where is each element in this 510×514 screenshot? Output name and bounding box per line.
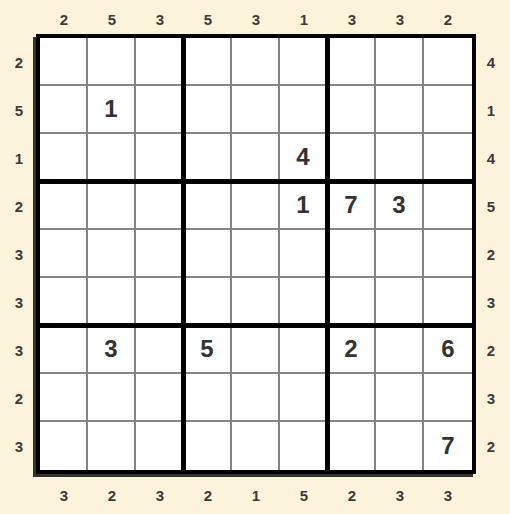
- cell-r9c9: 7: [424, 422, 472, 470]
- cell-r1c7[interactable]: [328, 38, 376, 86]
- cell-r8c1[interactable]: [40, 374, 88, 422]
- cell-r2c7[interactable]: [328, 86, 376, 134]
- clue-right-4: 5: [478, 182, 504, 230]
- clue-left-7: 3: [6, 326, 32, 374]
- cell-r1c2[interactable]: [88, 38, 136, 86]
- clue-left-2: 5: [6, 86, 32, 134]
- clues-top: 253531332: [40, 6, 472, 32]
- cell-r4c8: 3: [376, 182, 424, 230]
- clue-top-9: 2: [424, 6, 472, 32]
- cell-r5c1[interactable]: [40, 230, 88, 278]
- cell-r5c4[interactable]: [184, 230, 232, 278]
- cell-r6c9[interactable]: [424, 278, 472, 326]
- cell-r9c3[interactable]: [136, 422, 184, 470]
- clue-bottom-7: 2: [328, 482, 376, 508]
- cell-r4c6: 1: [280, 182, 328, 230]
- cell-r5c9[interactable]: [424, 230, 472, 278]
- clue-right-8: 3: [478, 374, 504, 422]
- clue-top-7: 3: [328, 6, 376, 32]
- cell-r1c6[interactable]: [280, 38, 328, 86]
- clue-left-1: 2: [6, 38, 32, 86]
- cell-r4c2[interactable]: [88, 182, 136, 230]
- clue-bottom-5: 1: [232, 482, 280, 508]
- cell-r4c9[interactable]: [424, 182, 472, 230]
- cell-r1c9[interactable]: [424, 38, 472, 86]
- clue-left-4: 2: [6, 182, 32, 230]
- cell-r6c6[interactable]: [280, 278, 328, 326]
- cell-r5c6[interactable]: [280, 230, 328, 278]
- cell-r3c7[interactable]: [328, 134, 376, 182]
- cell-r9c6[interactable]: [280, 422, 328, 470]
- cell-r1c3[interactable]: [136, 38, 184, 86]
- clue-bottom-2: 2: [88, 482, 136, 508]
- clue-top-1: 2: [40, 6, 88, 32]
- cell-r5c7[interactable]: [328, 230, 376, 278]
- clue-top-4: 5: [184, 6, 232, 32]
- cell-r6c1[interactable]: [40, 278, 88, 326]
- cell-r5c3[interactable]: [136, 230, 184, 278]
- clue-bottom-1: 3: [40, 482, 88, 508]
- clue-left-8: 2: [6, 374, 32, 422]
- cell-r4c3[interactable]: [136, 182, 184, 230]
- clue-bottom-3: 3: [136, 482, 184, 508]
- cell-r7c8[interactable]: [376, 326, 424, 374]
- cell-r7c1[interactable]: [40, 326, 88, 374]
- cell-r8c3[interactable]: [136, 374, 184, 422]
- clue-bottom-8: 3: [376, 482, 424, 508]
- cell-r9c7[interactable]: [328, 422, 376, 470]
- cell-r2c8[interactable]: [376, 86, 424, 134]
- cell-r7c3[interactable]: [136, 326, 184, 374]
- cell-r2c3[interactable]: [136, 86, 184, 134]
- clue-top-6: 1: [280, 6, 328, 32]
- cell-r6c4[interactable]: [184, 278, 232, 326]
- cell-r3c2[interactable]: [88, 134, 136, 182]
- clue-right-6: 3: [478, 278, 504, 326]
- cell-r7c9: 6: [424, 326, 472, 374]
- clue-right-1: 4: [478, 38, 504, 86]
- clues-bottom: 323215233: [40, 482, 472, 508]
- puzzle-board-grid: 1417335267: [40, 38, 472, 470]
- cell-r7c7: 2: [328, 326, 376, 374]
- clues-left: 251233323: [6, 38, 32, 470]
- cell-r6c8[interactable]: [376, 278, 424, 326]
- cell-r3c6: 4: [280, 134, 328, 182]
- cell-r1c8[interactable]: [376, 38, 424, 86]
- clue-bottom-6: 5: [280, 482, 328, 508]
- cell-r9c1[interactable]: [40, 422, 88, 470]
- cell-r1c1[interactable]: [40, 38, 88, 86]
- clue-top-2: 5: [88, 6, 136, 32]
- clues-right: 414523232: [478, 38, 504, 470]
- cell-r7c5[interactable]: [232, 326, 280, 374]
- cell-r2c2: 1: [88, 86, 136, 134]
- cell-r9c5[interactable]: [232, 422, 280, 470]
- clue-right-9: 2: [478, 422, 504, 470]
- cell-r4c7: 7: [328, 182, 376, 230]
- cell-r3c3[interactable]: [136, 134, 184, 182]
- cell-r8c8[interactable]: [376, 374, 424, 422]
- puzzle-board: 1417335267: [36, 34, 476, 474]
- cell-r1c5[interactable]: [232, 38, 280, 86]
- cell-r2c6[interactable]: [280, 86, 328, 134]
- clue-bottom-4: 2: [184, 482, 232, 508]
- cell-r6c5[interactable]: [232, 278, 280, 326]
- clue-right-5: 2: [478, 230, 504, 278]
- cell-r2c9[interactable]: [424, 86, 472, 134]
- cell-r3c9[interactable]: [424, 134, 472, 182]
- cell-r5c8[interactable]: [376, 230, 424, 278]
- clue-top-3: 3: [136, 6, 184, 32]
- cell-r3c1[interactable]: [40, 134, 88, 182]
- cell-r6c2[interactable]: [88, 278, 136, 326]
- cell-r2c5[interactable]: [232, 86, 280, 134]
- cell-r4c1[interactable]: [40, 182, 88, 230]
- cell-r8c7[interactable]: [328, 374, 376, 422]
- clue-right-2: 1: [478, 86, 504, 134]
- cell-r9c8[interactable]: [376, 422, 424, 470]
- clue-bottom-9: 3: [424, 482, 472, 508]
- cell-r3c5[interactable]: [232, 134, 280, 182]
- cell-r8c4[interactable]: [184, 374, 232, 422]
- cell-r8c5[interactable]: [232, 374, 280, 422]
- clue-left-6: 3: [6, 278, 32, 326]
- cell-r3c8[interactable]: [376, 134, 424, 182]
- cell-r3c4[interactable]: [184, 134, 232, 182]
- cell-r9c2[interactable]: [88, 422, 136, 470]
- cell-r7c6[interactable]: [280, 326, 328, 374]
- cell-r6c3[interactable]: [136, 278, 184, 326]
- cell-r8c9[interactable]: [424, 374, 472, 422]
- cell-r7c2: 3: [88, 326, 136, 374]
- cell-r5c5[interactable]: [232, 230, 280, 278]
- cell-r4c4[interactable]: [184, 182, 232, 230]
- clue-left-9: 3: [6, 422, 32, 470]
- cell-r9c4[interactable]: [184, 422, 232, 470]
- puzzle-page: 253531332 323215233 251233323 414523232 …: [0, 0, 510, 514]
- cell-r6c7[interactable]: [328, 278, 376, 326]
- cell-r1c4[interactable]: [184, 38, 232, 86]
- clue-top-5: 3: [232, 6, 280, 32]
- cell-r2c4[interactable]: [184, 86, 232, 134]
- cell-r5c2[interactable]: [88, 230, 136, 278]
- cell-r2c1[interactable]: [40, 86, 88, 134]
- clue-top-8: 3: [376, 6, 424, 32]
- cell-r8c2[interactable]: [88, 374, 136, 422]
- clue-right-7: 2: [478, 326, 504, 374]
- clue-left-5: 3: [6, 230, 32, 278]
- cell-r4c5[interactable]: [232, 182, 280, 230]
- cell-r8c6[interactable]: [280, 374, 328, 422]
- cell-r7c4: 5: [184, 326, 232, 374]
- clue-right-3: 4: [478, 134, 504, 182]
- clue-left-3: 1: [6, 134, 32, 182]
